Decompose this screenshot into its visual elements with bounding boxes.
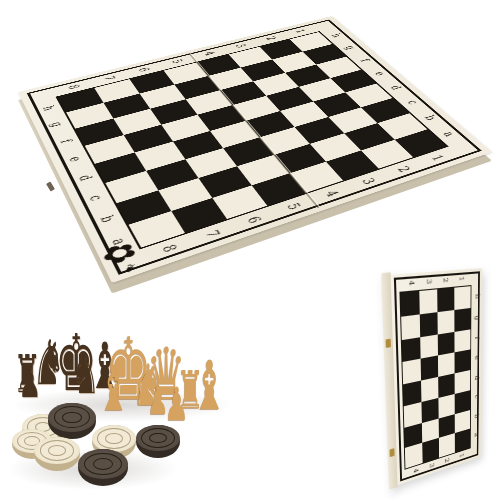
chess-piece-light-bishop: ♝ [191,352,228,420]
coordinate-label: 4 [406,280,413,285]
coordinate-label: f [473,336,479,339]
chess-piece-light-pawn: ♟ [164,381,189,427]
checker-face [92,425,136,452]
chess-piece-dark-knight: ♞ [71,348,100,402]
folded-chessboard: 44332211hgfedcba [381,266,484,490]
coordinate-label: 2 [441,278,447,283]
checker-piece-dark [136,425,180,458]
coordinate-label: h [473,294,479,299]
folded-board-field [399,285,471,470]
checker-piece-light [34,437,80,471]
board-cell [439,433,455,457]
board-cell [401,314,420,339]
floral-ornament-leaf-icon: ❧ [119,263,140,274]
board-cell [422,438,439,463]
board-cell [400,291,419,316]
checker-ring [105,433,123,444]
board-cell [437,288,454,312]
coordinate-label: 3 [424,279,431,284]
product-photo-scene: hhggffeeddccbbaa8877665544332211 ✿ ❧ 443… [0,0,500,500]
checker-face [48,403,96,432]
checker-face [78,449,128,479]
checker-face [136,425,180,451]
board-cell [437,310,454,334]
folded-board-face: 44332211hgfedcba [391,268,483,485]
hinge-icon [389,448,394,457]
board-cell [455,429,470,453]
board-cell [420,312,438,337]
coordinate-label: g [473,315,479,320]
board-cell [405,443,423,469]
board-clasp [46,181,55,191]
checker-piece-dark [48,403,96,439]
chess-piece-light-bishop: ♝ [97,358,130,420]
checker-ring [62,412,81,424]
board-cell [454,308,470,332]
checker-ring [93,458,113,470]
checker-piece-dark [78,449,128,486]
board-cell [419,289,437,314]
chess-piece-dark-pawn: ♟ [19,362,42,404]
board-cell [454,286,470,310]
coordinate-label: 1 [458,276,464,281]
hinge-icon [386,339,391,348]
checker-face [34,437,80,464]
